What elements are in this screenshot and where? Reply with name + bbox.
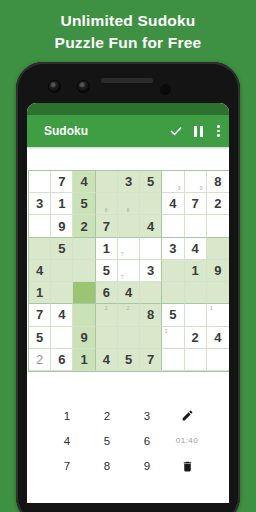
cell-r4c7[interactable]: 3 <box>162 238 184 260</box>
cell-r1c8[interactable]: 9 <box>185 171 207 193</box>
cell-r6c7[interactable] <box>162 282 184 304</box>
digit: 7 <box>36 307 43 322</box>
trash-icon[interactable] <box>167 454 207 479</box>
cell-r9c1[interactable]: 2 <box>29 349 51 371</box>
cell-r2c6[interactable] <box>140 193 162 215</box>
pencil-notes: 9 <box>163 172 182 191</box>
digit: 5 <box>36 330 43 345</box>
cell-r6c6[interactable] <box>140 282 162 304</box>
app-screen: Sudoku 743599831588472927451734457319164… <box>27 103 229 503</box>
cell-r1c6[interactable]: 5 <box>140 171 162 193</box>
digit: 5 <box>80 196 87 211</box>
digit: 7 <box>192 196 199 211</box>
digit: 4 <box>36 263 43 278</box>
numpad-5[interactable]: 5 <box>87 428 127 453</box>
numpad-3[interactable]: 3 <box>127 403 167 428</box>
digit: 3 <box>169 241 176 256</box>
cell-r9c7[interactable] <box>162 349 184 371</box>
pencil-icon[interactable] <box>167 403 207 428</box>
cell-r3c9[interactable] <box>207 215 229 237</box>
pencil-notes: 7 <box>119 261 138 280</box>
numpad-9[interactable]: 9 <box>127 454 167 479</box>
digit: 5 <box>103 263 110 278</box>
cell-r8c2[interactable] <box>51 327 73 349</box>
cell-r3c6[interactable]: 4 <box>140 215 162 237</box>
numpad-7[interactable]: 7 <box>47 454 87 479</box>
cell-r8c3[interactable]: 9 <box>73 327 95 349</box>
cell-r7c8[interactable] <box>185 304 207 326</box>
digit: 4 <box>125 285 132 300</box>
cell-r7c4[interactable]: 2 <box>96 304 118 326</box>
cell-r8c6[interactable] <box>140 327 162 349</box>
cell-r8c7[interactable]: 1 <box>162 327 184 349</box>
cell-r2c5[interactable]: 8 <box>118 193 140 215</box>
digit: 5 <box>58 241 65 256</box>
number-pad: 1 2 3 4 5 6 01:40 7 8 9 <box>47 403 207 479</box>
numpad-6[interactable]: 6 <box>127 428 167 453</box>
cell-r5c5[interactable]: 7 <box>118 260 140 282</box>
digit: 1 <box>80 352 87 367</box>
cell-r5c2[interactable] <box>51 260 73 282</box>
pencil-notes: 1 <box>163 328 182 347</box>
digit: 1 <box>103 241 110 256</box>
digit: 9 <box>80 330 87 345</box>
cell-r9c3[interactable]: 1 <box>73 349 95 371</box>
cell-r4c6[interactable] <box>140 238 162 260</box>
digit: 4 <box>192 241 199 256</box>
headline-line2: Puzzle Fun for Free <box>0 32 256 54</box>
cell-r7c3[interactable] <box>73 304 95 326</box>
cell-r9c2[interactable]: 6 <box>51 349 73 371</box>
cell-r5c4[interactable]: 5 <box>96 260 118 282</box>
cell-r6c4[interactable]: 6 <box>96 282 118 304</box>
cell-r4c3[interactable] <box>73 238 95 260</box>
cell-r5c8[interactable]: 1 <box>185 260 207 282</box>
overflow-menu-icon[interactable] <box>214 125 223 137</box>
cell-r1c2[interactable]: 7 <box>51 171 73 193</box>
cell-r2c3[interactable]: 5 <box>73 193 95 215</box>
cell-r7c6[interactable]: 8 <box>140 304 162 326</box>
digit: 1 <box>36 285 43 300</box>
cell-r9c9[interactable] <box>207 349 229 371</box>
digit: 4 <box>147 219 154 234</box>
cell-r1c3[interactable]: 4 <box>73 171 95 193</box>
digit: 3 <box>125 174 132 189</box>
cell-r5c9[interactable]: 9 <box>207 260 229 282</box>
pause-icon[interactable] <box>194 126 204 137</box>
digit: 9 <box>58 219 65 234</box>
cell-r7c1[interactable]: 7 <box>29 304 51 326</box>
cell-r1c7[interactable]: 9 <box>162 171 184 193</box>
pencil-notes: 1 <box>208 305 228 324</box>
digit: 7 <box>103 219 110 234</box>
cell-r2c7[interactable]: 4 <box>162 193 184 215</box>
phone-mockup: Sudoku 743599831588472927451734457319164… <box>16 62 240 512</box>
pencil-notes: 7 <box>119 239 138 258</box>
check-icon[interactable] <box>169 124 183 138</box>
pencil-notes: 2 <box>97 305 116 324</box>
cell-r4c9[interactable] <box>207 238 229 260</box>
cell-r5c3[interactable] <box>73 260 95 282</box>
cell-r4c8[interactable]: 4 <box>185 238 207 260</box>
digit: 5 <box>125 352 132 367</box>
cell-r2c9[interactable]: 2 <box>207 193 229 215</box>
digit: 7 <box>58 174 65 189</box>
digit: 4 <box>214 330 221 345</box>
app-title: Sudoku <box>44 124 169 138</box>
cell-r1c9[interactable]: 8 <box>207 171 229 193</box>
digit: 9 <box>214 263 221 278</box>
status-bar <box>27 103 229 115</box>
cell-r6c9[interactable] <box>207 282 229 304</box>
cell-r4c4[interactable]: 1 <box>96 238 118 260</box>
app-bar: Sudoku <box>27 115 229 147</box>
digit: 2 <box>214 196 221 211</box>
cell-r2c8[interactable]: 7 <box>185 193 207 215</box>
front-camera-icon <box>48 80 61 93</box>
timer: 01:40 <box>167 428 207 453</box>
digit: 8 <box>214 174 221 189</box>
cell-r3c1[interactable] <box>29 215 51 237</box>
numpad-8[interactable]: 8 <box>87 454 127 479</box>
digit: 3 <box>36 196 43 211</box>
digit: 3 <box>147 263 154 278</box>
digit: 4 <box>103 352 110 367</box>
cell-r1c1[interactable] <box>29 171 51 193</box>
pencil-notes: 8 <box>97 194 116 213</box>
digit: 4 <box>169 196 176 211</box>
headline: Unlimited Sudoku Puzzle Fun for Free <box>0 10 256 54</box>
cell-r1c4[interactable] <box>96 171 118 193</box>
cell-r6c2[interactable] <box>51 282 73 304</box>
sensor-dot <box>160 84 171 95</box>
pencil-notes: 9 <box>186 172 205 191</box>
sudoku-board: 7435998315884729274517344573191647422851… <box>28 170 229 372</box>
cell-r8c5[interactable] <box>118 327 140 349</box>
cell-r3c7[interactable] <box>162 215 184 237</box>
digit: 7 <box>147 352 154 367</box>
cell-r3c8[interactable] <box>185 215 207 237</box>
cell-r9c4[interactable]: 4 <box>96 349 118 371</box>
cell-r7c7[interactable]: 5 <box>162 304 184 326</box>
cell-r3c2[interactable]: 9 <box>51 215 73 237</box>
cell-r3c4[interactable]: 7 <box>96 215 118 237</box>
cell-r5c7[interactable] <box>162 260 184 282</box>
cell-r2c4[interactable]: 8 <box>96 193 118 215</box>
cell-r8c1[interactable]: 5 <box>29 327 51 349</box>
cell-r4c1[interactable] <box>29 238 51 260</box>
cell-r9c5[interactable]: 5 <box>118 349 140 371</box>
cell-r4c2[interactable]: 5 <box>51 238 73 260</box>
cell-r2c1[interactable]: 3 <box>29 193 51 215</box>
digit: 6 <box>103 285 110 300</box>
digit: 1 <box>192 263 199 278</box>
pencil-notes: 2 <box>119 305 138 324</box>
pencil-notes: 8 <box>119 194 138 213</box>
digit: 2 <box>192 330 199 345</box>
cell-r5c6[interactable]: 3 <box>140 260 162 282</box>
cell-r3c5[interactable] <box>118 215 140 237</box>
cell-r6c8[interactable] <box>185 282 207 304</box>
cell-r5c1[interactable]: 4 <box>29 260 51 282</box>
numpad-1[interactable]: 1 <box>47 403 87 428</box>
cell-r6c3[interactable] <box>73 282 95 304</box>
digit: 5 <box>169 307 176 322</box>
front-camera-icon <box>77 80 90 93</box>
marketing-screenshot: Unlimited Sudoku Puzzle Fun for Free Sud… <box>0 0 256 512</box>
numpad-2[interactable]: 2 <box>87 403 127 428</box>
digit: 4 <box>58 307 65 322</box>
numpad-4[interactable]: 4 <box>47 428 87 453</box>
cell-r9c8[interactable] <box>185 349 207 371</box>
cell-r8c4[interactable] <box>96 327 118 349</box>
cell-r9c6[interactable]: 7 <box>140 349 162 371</box>
cell-r3c3[interactable]: 2 <box>73 215 95 237</box>
cell-r7c9[interactable]: 1 <box>207 304 229 326</box>
cell-r7c5[interactable]: 2 <box>118 304 140 326</box>
digit: 5 <box>147 174 154 189</box>
digit: 8 <box>147 307 154 322</box>
cell-r7c2[interactable]: 4 <box>51 304 73 326</box>
cell-r4c5[interactable]: 7 <box>118 238 140 260</box>
cell-r1c5[interactable]: 3 <box>118 171 140 193</box>
cell-r6c5[interactable]: 4 <box>118 282 140 304</box>
digit: 1 <box>58 196 65 211</box>
digit: 2 <box>36 352 43 367</box>
earpiece-speaker <box>101 78 153 83</box>
headline-line1: Unlimited Sudoku <box>0 10 256 32</box>
cell-r6c1[interactable]: 1 <box>29 282 51 304</box>
digit: 2 <box>80 219 87 234</box>
cell-r8c9[interactable]: 4 <box>207 327 229 349</box>
cell-r8c8[interactable]: 2 <box>185 327 207 349</box>
cell-r2c2[interactable]: 1 <box>51 193 73 215</box>
digit: 4 <box>80 174 87 189</box>
digit: 6 <box>58 352 65 367</box>
